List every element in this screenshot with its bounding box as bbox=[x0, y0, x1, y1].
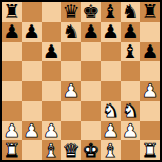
square-h2[interactable] bbox=[140, 121, 160, 141]
white-king[interactable]: ♚ bbox=[82, 140, 99, 159]
square-d7[interactable]: ♞ bbox=[61, 22, 81, 42]
square-c4[interactable] bbox=[42, 81, 62, 101]
black-knight[interactable]: ♞ bbox=[63, 22, 80, 41]
white-pawn[interactable]: ♟ bbox=[102, 121, 119, 140]
white-pawn[interactable]: ♟ bbox=[23, 121, 40, 140]
square-f4[interactable] bbox=[101, 81, 121, 101]
square-h8[interactable]: ♜ bbox=[140, 2, 160, 22]
square-h6[interactable]: ♟ bbox=[140, 42, 160, 62]
square-e5[interactable] bbox=[81, 61, 101, 81]
square-g4[interactable] bbox=[121, 81, 141, 101]
square-e3[interactable] bbox=[81, 101, 101, 121]
black-queen[interactable]: ♛ bbox=[63, 2, 80, 21]
square-f8[interactable]: ♝ bbox=[101, 2, 121, 22]
black-king[interactable]: ♚ bbox=[82, 2, 99, 21]
white-rook[interactable]: ♜ bbox=[142, 140, 159, 159]
chess-board: ♜♛♚♝♞♜♟♟♞♟♟♟♟♝♟♟♟♞♞♟♟♟♟♟♜♝♛♚♝♜ bbox=[0, 0, 162, 162]
square-e8[interactable]: ♚ bbox=[81, 2, 101, 22]
square-d3[interactable] bbox=[61, 101, 81, 121]
black-rook[interactable]: ♜ bbox=[142, 2, 159, 21]
white-queen[interactable]: ♛ bbox=[63, 140, 80, 159]
square-f6[interactable] bbox=[101, 42, 121, 62]
black-pawn[interactable]: ♟ bbox=[3, 22, 20, 41]
white-pawn[interactable]: ♟ bbox=[142, 81, 159, 100]
black-pawn[interactable]: ♟ bbox=[23, 22, 40, 41]
square-b8[interactable] bbox=[22, 2, 42, 22]
square-e4[interactable] bbox=[81, 81, 101, 101]
square-f7[interactable]: ♟ bbox=[101, 22, 121, 42]
square-e1[interactable]: ♚ bbox=[81, 140, 101, 160]
square-g3[interactable]: ♞ bbox=[121, 101, 141, 121]
white-bishop[interactable]: ♝ bbox=[43, 140, 60, 159]
square-a8[interactable]: ♜ bbox=[2, 2, 22, 22]
square-e6[interactable] bbox=[81, 42, 101, 62]
white-pawn[interactable]: ♟ bbox=[122, 121, 139, 140]
square-d1[interactable]: ♛ bbox=[61, 140, 81, 160]
board-grid: ♜♛♚♝♞♜♟♟♞♟♟♟♟♝♟♟♟♞♞♟♟♟♟♟♜♝♛♚♝♜ bbox=[2, 2, 160, 160]
square-f2[interactable]: ♟ bbox=[101, 121, 121, 141]
square-a5[interactable] bbox=[2, 61, 22, 81]
square-c3[interactable] bbox=[42, 101, 62, 121]
square-b1[interactable] bbox=[22, 140, 42, 160]
white-knight[interactable]: ♞ bbox=[102, 101, 119, 120]
square-h7[interactable] bbox=[140, 22, 160, 42]
white-rook[interactable]: ♜ bbox=[3, 140, 20, 159]
square-c6[interactable]: ♟ bbox=[42, 42, 62, 62]
square-h5[interactable] bbox=[140, 61, 160, 81]
white-pawn[interactable]: ♟ bbox=[3, 121, 20, 140]
square-a1[interactable]: ♜ bbox=[2, 140, 22, 160]
square-g2[interactable]: ♟ bbox=[121, 121, 141, 141]
square-c7[interactable] bbox=[42, 22, 62, 42]
white-pawn[interactable]: ♟ bbox=[63, 81, 80, 100]
square-a6[interactable] bbox=[2, 42, 22, 62]
square-f3[interactable]: ♞ bbox=[101, 101, 121, 121]
square-c5[interactable] bbox=[42, 61, 62, 81]
square-g6[interactable]: ♝ bbox=[121, 42, 141, 62]
square-c8[interactable] bbox=[42, 2, 62, 22]
square-f5[interactable] bbox=[101, 61, 121, 81]
square-a4[interactable] bbox=[2, 81, 22, 101]
white-knight[interactable]: ♞ bbox=[122, 101, 139, 120]
square-f1[interactable]: ♝ bbox=[101, 140, 121, 160]
square-d8[interactable]: ♛ bbox=[61, 2, 81, 22]
square-c1[interactable]: ♝ bbox=[42, 140, 62, 160]
black-bishop[interactable]: ♝ bbox=[102, 2, 119, 21]
black-knight[interactable]: ♞ bbox=[122, 2, 139, 21]
square-g7[interactable]: ♟ bbox=[121, 22, 141, 42]
square-a2[interactable]: ♟ bbox=[2, 121, 22, 141]
square-b2[interactable]: ♟ bbox=[22, 121, 42, 141]
square-a3[interactable] bbox=[2, 101, 22, 121]
white-bishop[interactable]: ♝ bbox=[102, 140, 119, 159]
square-b6[interactable] bbox=[22, 42, 42, 62]
square-g8[interactable]: ♞ bbox=[121, 2, 141, 22]
square-g5[interactable] bbox=[121, 61, 141, 81]
square-e7[interactable]: ♟ bbox=[81, 22, 101, 42]
black-pawn[interactable]: ♟ bbox=[122, 22, 139, 41]
black-pawn[interactable]: ♟ bbox=[43, 42, 60, 61]
square-d4[interactable]: ♟ bbox=[61, 81, 81, 101]
square-d5[interactable] bbox=[61, 61, 81, 81]
black-bishop[interactable]: ♝ bbox=[122, 42, 139, 61]
black-rook[interactable]: ♜ bbox=[3, 2, 20, 21]
black-pawn[interactable]: ♟ bbox=[102, 22, 119, 41]
white-pawn[interactable]: ♟ bbox=[43, 121, 60, 140]
square-g1[interactable] bbox=[121, 140, 141, 160]
black-pawn[interactable]: ♟ bbox=[82, 22, 99, 41]
square-e2[interactable] bbox=[81, 121, 101, 141]
square-d6[interactable] bbox=[61, 42, 81, 62]
square-h1[interactable]: ♜ bbox=[140, 140, 160, 160]
black-pawn[interactable]: ♟ bbox=[142, 42, 159, 61]
square-h4[interactable]: ♟ bbox=[140, 81, 160, 101]
square-c2[interactable]: ♟ bbox=[42, 121, 62, 141]
square-a7[interactable]: ♟ bbox=[2, 22, 22, 42]
square-d2[interactable] bbox=[61, 121, 81, 141]
square-b3[interactable] bbox=[22, 101, 42, 121]
square-b5[interactable] bbox=[22, 61, 42, 81]
square-h3[interactable] bbox=[140, 101, 160, 121]
square-b7[interactable]: ♟ bbox=[22, 22, 42, 42]
square-b4[interactable] bbox=[22, 81, 42, 101]
